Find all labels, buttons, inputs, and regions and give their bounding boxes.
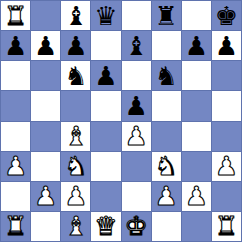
piece-black-pawn[interactable]: ♟ [124, 93, 147, 119]
square-a6[interactable] [1, 61, 30, 90]
piece-black-rook[interactable]: ♜ [155, 3, 178, 29]
square-e1[interactable]: ♚ [122, 212, 151, 241]
square-f2[interactable]: ♟ [152, 182, 181, 211]
square-h3[interactable]: ♟ [212, 152, 241, 181]
square-d2[interactable] [91, 182, 120, 211]
square-h5[interactable] [212, 91, 241, 120]
piece-white-pawn[interactable]: ♟ [4, 153, 27, 179]
square-c4[interactable]: ♝ [61, 122, 90, 151]
square-d1[interactable]: ♛ [91, 212, 120, 241]
square-h7[interactable]: ♟ [212, 31, 241, 60]
square-a1[interactable]: ♜ [1, 212, 30, 241]
square-b6[interactable] [31, 61, 60, 90]
square-a5[interactable] [1, 91, 30, 120]
square-h4[interactable] [212, 122, 241, 151]
square-b3[interactable] [31, 152, 60, 181]
piece-black-queen[interactable]: ♛ [94, 3, 117, 29]
piece-white-pawn[interactable]: ♟ [155, 183, 178, 209]
square-c1[interactable]: ♝ [61, 212, 90, 241]
square-d4[interactable] [91, 122, 120, 151]
square-c5[interactable] [61, 91, 90, 120]
chess-board: ♜♝♛♜♚♟♟♟♝♟♟♞♟♞♟♝♟♟♞♞♟♟♟♟♟♜♝♛♚♜ [0, 0, 242, 242]
piece-white-king[interactable]: ♚ [124, 213, 147, 239]
square-f1[interactable] [152, 212, 181, 241]
square-e8[interactable] [122, 1, 151, 30]
square-g3[interactable] [182, 152, 211, 181]
piece-black-pawn[interactable]: ♟ [64, 33, 87, 59]
piece-white-queen[interactable]: ♛ [94, 213, 117, 239]
square-a7[interactable]: ♟ [1, 31, 30, 60]
square-b1[interactable] [31, 212, 60, 241]
square-h6[interactable] [212, 61, 241, 90]
piece-white-rook[interactable]: ♜ [4, 3, 27, 29]
piece-white-bishop[interactable]: ♝ [64, 123, 87, 149]
square-f7[interactable] [152, 31, 181, 60]
piece-white-pawn[interactable]: ♟ [34, 183, 57, 209]
square-h1[interactable]: ♜ [212, 212, 241, 241]
piece-black-knight[interactable]: ♞ [155, 63, 178, 89]
piece-white-knight[interactable]: ♞ [155, 153, 178, 179]
square-g5[interactable] [182, 91, 211, 120]
square-f5[interactable] [152, 91, 181, 120]
square-a8[interactable]: ♜ [1, 1, 30, 30]
square-h8[interactable]: ♚ [212, 1, 241, 30]
square-d5[interactable] [91, 91, 120, 120]
square-a3[interactable]: ♟ [1, 152, 30, 181]
square-e5[interactable]: ♟ [122, 91, 151, 120]
square-c8[interactable]: ♝ [61, 1, 90, 30]
square-c6[interactable]: ♞ [61, 61, 90, 90]
square-a2[interactable] [1, 182, 30, 211]
square-b7[interactable]: ♟ [31, 31, 60, 60]
piece-white-rook[interactable]: ♜ [215, 213, 238, 239]
piece-black-pawn[interactable]: ♟ [4, 33, 27, 59]
square-b2[interactable]: ♟ [31, 182, 60, 211]
piece-black-pawn[interactable]: ♟ [34, 33, 57, 59]
square-f3[interactable]: ♞ [152, 152, 181, 181]
square-h2[interactable] [212, 182, 241, 211]
square-b4[interactable] [31, 122, 60, 151]
square-e2[interactable] [122, 182, 151, 211]
square-a4[interactable] [1, 122, 30, 151]
square-d3[interactable] [91, 152, 120, 181]
square-e6[interactable] [122, 61, 151, 90]
piece-white-pawn[interactable]: ♟ [185, 183, 208, 209]
square-g2[interactable]: ♟ [182, 182, 211, 211]
square-b5[interactable] [31, 91, 60, 120]
piece-white-knight[interactable]: ♞ [64, 153, 87, 179]
square-e4[interactable]: ♟ [122, 122, 151, 151]
piece-black-pawn[interactable]: ♟ [94, 63, 117, 89]
piece-black-bishop[interactable]: ♝ [64, 3, 87, 29]
square-b8[interactable] [31, 1, 60, 30]
piece-white-pawn[interactable]: ♟ [215, 153, 238, 179]
piece-black-king[interactable]: ♚ [215, 3, 238, 29]
chess-board-container: ♜♝♛♜♚♟♟♟♝♟♟♞♟♞♟♝♟♟♞♞♟♟♟♟♟♜♝♛♚♜ [0, 0, 242, 242]
piece-black-pawn[interactable]: ♟ [215, 33, 238, 59]
square-c2[interactable]: ♟ [61, 182, 90, 211]
square-g1[interactable] [182, 212, 211, 241]
piece-black-pawn[interactable]: ♟ [185, 33, 208, 59]
piece-white-pawn[interactable]: ♟ [64, 183, 87, 209]
square-e3[interactable] [122, 152, 151, 181]
square-e7[interactable]: ♝ [122, 31, 151, 60]
square-f8[interactable]: ♜ [152, 1, 181, 30]
square-g8[interactable] [182, 1, 211, 30]
square-c7[interactable]: ♟ [61, 31, 90, 60]
piece-black-knight[interactable]: ♞ [64, 63, 87, 89]
square-f6[interactable]: ♞ [152, 61, 181, 90]
piece-white-pawn[interactable]: ♟ [124, 123, 147, 149]
square-g7[interactable]: ♟ [182, 31, 211, 60]
piece-white-bishop[interactable]: ♝ [64, 213, 87, 239]
square-g6[interactable] [182, 61, 211, 90]
square-c3[interactable]: ♞ [61, 152, 90, 181]
square-g4[interactable] [182, 122, 211, 151]
square-d6[interactable]: ♟ [91, 61, 120, 90]
square-f4[interactable] [152, 122, 181, 151]
piece-white-rook[interactable]: ♜ [4, 213, 27, 239]
piece-black-bishop[interactable]: ♝ [124, 33, 147, 59]
square-d8[interactable]: ♛ [91, 1, 120, 30]
square-d7[interactable] [91, 31, 120, 60]
